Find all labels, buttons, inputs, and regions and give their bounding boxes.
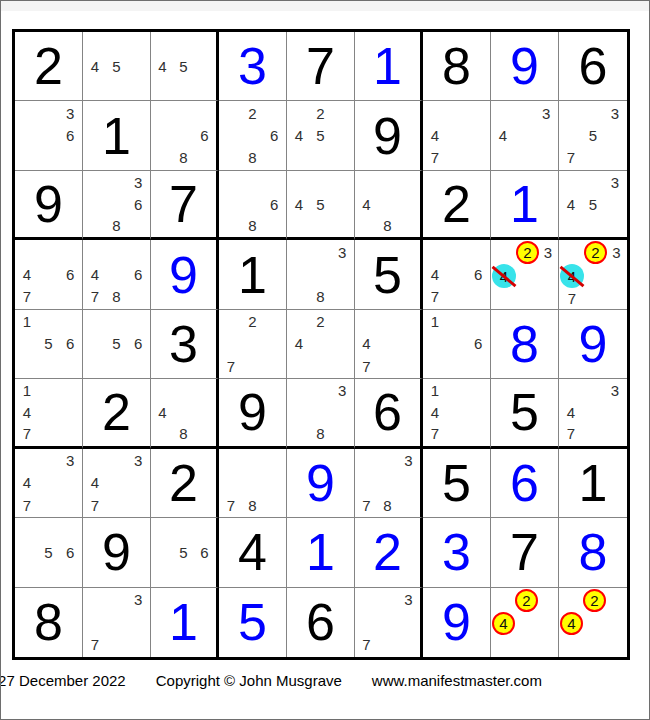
cell-value: 8 <box>442 40 471 92</box>
candidate-4-highlighted: 4 <box>492 612 515 635</box>
candidate-slot-6: 6 <box>127 333 149 355</box>
cell-r7c2: 347 <box>83 449 151 518</box>
candidate-slot-4: 4 <box>560 264 584 288</box>
candidate-slot-8: 8 <box>310 423 332 444</box>
cell-r3c1: 9 <box>15 171 83 240</box>
cell-r9c5: 6 <box>287 588 355 657</box>
cell-r8c6: 2 <box>355 518 423 587</box>
cell-r4c5: 38 <box>287 240 355 309</box>
candidate-1: 1 <box>23 314 31 329</box>
cell-value: 7 <box>306 40 335 92</box>
cell-r3c3: 7 <box>151 171 219 240</box>
candidate-6: 6 <box>270 197 278 212</box>
cell-r9c6: 37 <box>355 588 423 657</box>
cell-r8c4: 4 <box>219 518 287 587</box>
cell-r9c4: 5 <box>219 588 287 657</box>
candidate-3: 3 <box>611 175 619 190</box>
cell-r5c9: 9 <box>559 310 627 379</box>
candidate-slot-5: 5 <box>310 125 332 147</box>
cell-value: 1 <box>306 526 335 578</box>
candidate-4: 4 <box>431 267 439 282</box>
candidate-6: 6 <box>134 197 142 212</box>
candidate-slot-7: 7 <box>220 494 242 516</box>
candidates: 156 <box>16 311 81 377</box>
candidate-slot-7: 7 <box>16 494 38 516</box>
candidate-slot-5: 5 <box>173 541 194 563</box>
candidate-slot-3: 3 <box>539 241 557 264</box>
cell-value: 9 <box>373 110 402 162</box>
candidate-slot-4: 4 <box>560 193 582 214</box>
candidates: 347 <box>84 450 149 516</box>
candidates: 68 <box>152 102 215 168</box>
candidates: 268 <box>220 102 285 168</box>
window-top-strip <box>1 1 649 11</box>
candidate-slot-6: 6 <box>59 125 81 147</box>
candidates: 34 <box>492 102 557 168</box>
candidate-4: 4 <box>499 128 507 143</box>
cell-r2c7: 47 <box>423 101 491 170</box>
candidates: 24 <box>560 589 626 656</box>
candidates: 68 <box>220 172 285 236</box>
candidate-slot-8: 8 <box>106 286 128 308</box>
cell-r2c2: 1 <box>83 101 151 170</box>
candidates: 37 <box>84 589 149 656</box>
candidate-slot-5: 5 <box>310 193 332 214</box>
cell-value: 8 <box>579 526 608 578</box>
cell-r9c3: 1 <box>151 588 219 657</box>
candidate-slot-3: 3 <box>607 241 626 264</box>
candidates: 78 <box>220 450 285 516</box>
candidate-slot-7: 7 <box>424 423 446 444</box>
cell-value: 5 <box>442 457 471 509</box>
candidates: 56 <box>152 519 215 585</box>
candidate-4: 4 <box>23 475 31 490</box>
candidates: 48 <box>356 172 419 236</box>
cell-r2c3: 68 <box>151 101 219 170</box>
cell-r5c5: 24 <box>287 310 355 379</box>
candidate-5: 5 <box>316 197 324 212</box>
candidate-6: 6 <box>134 336 142 351</box>
candidate-slot-6: 6 <box>263 125 285 147</box>
candidate-5: 5 <box>589 197 597 212</box>
cell-r3c5: 45 <box>287 171 355 240</box>
cell-value: 1 <box>238 249 267 301</box>
page: 2454537189636168268245947343579368768454… <box>0 0 650 720</box>
candidate-slot-8: 8 <box>310 286 332 308</box>
candidate-slot-2: 2 <box>242 311 264 333</box>
cell-r2c9: 357 <box>559 101 627 170</box>
candidate-3: 3 <box>611 383 619 398</box>
cell-r7c8: 6 <box>491 449 559 518</box>
candidate-4: 4 <box>158 405 166 420</box>
candidate-slot-4: 4 <box>424 125 446 147</box>
candidate-5: 5 <box>589 128 597 143</box>
candidate-slot-6: 6 <box>194 541 215 563</box>
candidates: 48 <box>152 380 215 444</box>
candidate-7: 7 <box>362 359 370 374</box>
cell-r6c9: 347 <box>559 379 627 448</box>
candidate-6: 6 <box>66 267 74 282</box>
candidate-2: 2 <box>248 106 256 121</box>
candidate-4: 4 <box>431 128 439 143</box>
cell-value: 1 <box>102 110 131 162</box>
cell-r5c6: 47 <box>355 310 423 379</box>
candidate-slot-8: 8 <box>173 147 194 169</box>
candidate-slot-4: 4 <box>492 264 516 288</box>
candidates: 37 <box>356 589 419 656</box>
cell-r6c7: 147 <box>423 379 491 448</box>
candidate-4: 4 <box>295 128 303 143</box>
candidate-4: 4 <box>362 197 370 212</box>
cell-r3c9: 345 <box>559 171 627 240</box>
cell-value: 6 <box>510 457 539 509</box>
cell-r5c4: 27 <box>219 310 287 379</box>
candidate-8: 8 <box>248 218 256 233</box>
candidate-slot-7: 7 <box>356 634 377 656</box>
footer-date: 27 December 2022 <box>0 672 126 689</box>
candidate-5: 5 <box>112 336 120 351</box>
candidate-slot-6: 6 <box>59 541 81 563</box>
candidate-1: 1 <box>431 314 439 329</box>
cell-r4c8: 234 <box>491 240 559 309</box>
candidate-slot-2: 2 <box>310 102 332 124</box>
cell-value: 9 <box>102 526 131 578</box>
candidates: 45 <box>288 172 353 236</box>
cell-r7c4: 78 <box>219 449 287 518</box>
cell-value: 9 <box>306 457 335 509</box>
candidate-slot-5: 5 <box>582 125 604 147</box>
candidates: 378 <box>356 450 419 516</box>
cell-r1c3: 45 <box>151 32 219 101</box>
candidate-5: 5 <box>44 545 52 560</box>
cell-r2c8: 34 <box>491 101 559 170</box>
candidate-2: 2 <box>316 314 324 329</box>
candidate-slot-5: 5 <box>173 55 194 77</box>
candidate-slot-7: 7 <box>424 286 446 308</box>
candidate-slot-3: 3 <box>331 241 353 263</box>
cell-r6c5: 38 <box>287 379 355 448</box>
candidate-slot-7: 7 <box>84 494 106 516</box>
candidates: 147 <box>424 380 489 444</box>
candidate-slot-6: 6 <box>127 263 149 285</box>
footer: 27 December 2022 Copyright © John Musgra… <box>0 672 594 689</box>
candidate-slot-7: 7 <box>16 423 38 444</box>
candidate-slot-3: 3 <box>398 589 419 611</box>
cell-r8c5: 1 <box>287 518 355 587</box>
cell-r8c2: 9 <box>83 518 151 587</box>
cell-r4c1: 467 <box>15 240 83 309</box>
candidate-slot-7: 7 <box>84 634 106 656</box>
candidate-1: 1 <box>431 383 439 398</box>
cell-r4c9: 2347 <box>559 240 627 309</box>
cell-value: 7 <box>510 526 539 578</box>
cell-r3c6: 48 <box>355 171 423 240</box>
candidate-6: 6 <box>134 267 142 282</box>
candidate-7: 7 <box>227 498 235 513</box>
candidate-slot-3: 3 <box>127 450 149 472</box>
cell-value: 9 <box>442 596 471 648</box>
candidate-slot-7: 7 <box>560 288 584 307</box>
cell-value: 2 <box>442 178 471 230</box>
candidate-2: 2 <box>248 314 256 329</box>
cell-value: 9 <box>34 178 63 230</box>
cell-r9c7: 9 <box>423 588 491 657</box>
cell-r4c4: 1 <box>219 240 287 309</box>
candidate-4: 4 <box>431 405 439 420</box>
cell-r2c4: 268 <box>219 101 287 170</box>
footer-website: www.manifestmaster.com <box>372 672 542 689</box>
candidate-4-highlighted: 4 <box>560 612 583 635</box>
candidate-2-highlighted: 2 <box>516 241 539 264</box>
candidate-3: 3 <box>404 453 412 468</box>
candidate-7: 7 <box>431 426 439 441</box>
candidate-7: 7 <box>567 150 575 165</box>
candidate-slot-8: 8 <box>173 423 194 444</box>
candidates: 45 <box>152 33 215 99</box>
candidates: 357 <box>560 102 626 168</box>
cell-r6c2: 2 <box>83 379 151 448</box>
cell-r8c1: 56 <box>15 518 83 587</box>
candidate-slot-4: 4 <box>16 402 38 423</box>
candidate-slot-2: 2 <box>242 102 264 124</box>
cell-r3c8: 1 <box>491 171 559 240</box>
candidate-slot-3: 3 <box>59 102 81 124</box>
cell-r9c9: 24 <box>559 588 627 657</box>
candidate-slot-7: 7 <box>356 494 377 516</box>
cell-r8c8: 7 <box>491 518 559 587</box>
candidate-slot-4: 4 <box>152 55 173 77</box>
cell-r4c3: 9 <box>151 240 219 309</box>
candidate-slot-4: 4 <box>356 333 377 355</box>
candidate-slot-8: 8 <box>242 494 264 516</box>
candidate-slot-4: 4 <box>288 125 310 147</box>
candidate-8: 8 <box>112 218 120 233</box>
cell-value: 7 <box>169 178 198 230</box>
candidate-slot-5: 5 <box>106 333 128 355</box>
candidate-slot-1: 1 <box>16 311 38 333</box>
cell-r6c6: 6 <box>355 379 423 448</box>
candidates: 45 <box>84 33 149 99</box>
candidate-8: 8 <box>248 498 256 513</box>
candidate-6: 6 <box>200 128 208 143</box>
candidates: 368 <box>84 172 149 236</box>
cell-value: 6 <box>579 40 608 92</box>
candidate-6: 6 <box>474 267 482 282</box>
sudoku-board: 2454537189636168268245947343579368768454… <box>12 29 630 660</box>
candidates: 38 <box>288 380 353 444</box>
candidates: 245 <box>288 102 353 168</box>
cell-r7c3: 2 <box>151 449 219 518</box>
candidates: 24 <box>288 311 353 377</box>
candidate-slot-4: 4 <box>492 125 514 147</box>
candidate-slot-2: 2 <box>583 589 606 612</box>
candidate-slot-5: 5 <box>38 333 60 355</box>
candidate-3: 3 <box>66 453 74 468</box>
candidate-4: 4 <box>23 267 31 282</box>
candidates: 47 <box>424 102 489 168</box>
footer-copyright: Copyright © John Musgrave <box>156 672 342 689</box>
candidate-8: 8 <box>112 289 120 304</box>
candidate-4: 4 <box>362 336 370 351</box>
cell-r7c6: 378 <box>355 449 423 518</box>
candidate-slot-7: 7 <box>356 355 377 377</box>
candidate-slot-6: 6 <box>263 193 285 214</box>
cell-r6c1: 147 <box>15 379 83 448</box>
cell-r9c2: 37 <box>83 588 151 657</box>
cell-r5c7: 16 <box>423 310 491 379</box>
candidate-7: 7 <box>91 498 99 513</box>
candidate-7: 7 <box>227 359 235 374</box>
candidate-3: 3 <box>338 245 346 260</box>
cell-r1c1: 2 <box>15 32 83 101</box>
candidate-slot-8: 8 <box>106 215 128 236</box>
candidate-slot-2: 2 <box>310 311 332 333</box>
candidate-slot-8: 8 <box>242 215 264 236</box>
cell-r1c6: 1 <box>355 32 423 101</box>
cell-r6c8: 5 <box>491 379 559 448</box>
cell-value: 6 <box>373 386 402 438</box>
cell-value: 1 <box>579 457 608 509</box>
candidate-slot-8: 8 <box>377 215 398 236</box>
cell-value: 9 <box>169 249 198 301</box>
candidate-8: 8 <box>383 498 391 513</box>
cell-r4c6: 5 <box>355 240 423 309</box>
candidate-4: 4 <box>158 59 166 74</box>
candidate-slot-7: 7 <box>84 286 106 308</box>
candidate-slot-3: 3 <box>604 380 626 401</box>
cell-value: 4 <box>238 526 267 578</box>
candidate-7: 7 <box>23 426 31 441</box>
candidate-6: 6 <box>200 545 208 560</box>
candidate-6: 6 <box>474 336 482 351</box>
candidate-slot-4: 4 <box>16 263 38 285</box>
cell-r4c7: 467 <box>423 240 491 309</box>
candidates: 24 <box>492 589 557 656</box>
cell-value: 1 <box>373 40 402 92</box>
candidate-slot-2: 2 <box>584 241 607 264</box>
cell-value: 2 <box>373 526 402 578</box>
cell-r5c3: 3 <box>151 310 219 379</box>
cell-r3c4: 68 <box>219 171 287 240</box>
cell-value: 3 <box>238 40 267 92</box>
candidate-slot-4: 4 <box>492 612 515 635</box>
candidate-7: 7 <box>23 498 31 513</box>
candidate-8: 8 <box>383 218 391 233</box>
candidate-slot-4: 4 <box>16 472 38 494</box>
cell-r5c1: 156 <box>15 310 83 379</box>
cell-r3c7: 2 <box>423 171 491 240</box>
candidate-7: 7 <box>362 498 370 513</box>
candidate-slot-7: 7 <box>560 147 582 169</box>
candidate-8: 8 <box>316 426 324 441</box>
candidates: 16 <box>424 311 489 377</box>
candidate-3: 3 <box>404 592 412 607</box>
candidate-slot-3: 3 <box>331 380 353 401</box>
candidate-8: 8 <box>179 150 187 165</box>
candidate-slot-3: 3 <box>59 450 81 472</box>
candidate-slot-4: 4 <box>288 333 310 355</box>
candidate-3: 3 <box>544 245 552 260</box>
cell-r8c7: 3 <box>423 518 491 587</box>
candidate-7: 7 <box>362 637 370 652</box>
cell-value: 5 <box>373 249 402 301</box>
cell-r7c1: 347 <box>15 449 83 518</box>
cell-r6c4: 9 <box>219 379 287 448</box>
candidate-slot-7: 7 <box>220 355 242 377</box>
candidates: 2347 <box>560 241 626 307</box>
candidate-7: 7 <box>91 289 99 304</box>
candidates: 27 <box>220 311 285 377</box>
candidate-4-highlighted: 4 <box>492 264 516 288</box>
candidate-slot-4: 4 <box>424 402 446 423</box>
candidate-3: 3 <box>611 106 619 121</box>
cell-r7c9: 1 <box>559 449 627 518</box>
candidate-3: 3 <box>612 245 620 260</box>
candidate-slot-2: 2 <box>516 241 539 264</box>
candidate-5: 5 <box>112 59 120 74</box>
cell-value: 8 <box>34 596 63 648</box>
cell-r3c2: 368 <box>83 171 151 240</box>
cell-r2c6: 9 <box>355 101 423 170</box>
candidates: 347 <box>16 450 81 516</box>
candidate-slot-4: 4 <box>152 402 173 423</box>
candidate-slot-2: 2 <box>515 589 538 612</box>
cell-value: 2 <box>169 457 198 509</box>
candidate-6: 6 <box>66 545 74 560</box>
candidate-slot-7: 7 <box>16 286 38 308</box>
candidates: 56 <box>84 311 149 377</box>
cell-r7c7: 5 <box>423 449 491 518</box>
candidate-slot-5: 5 <box>582 193 604 214</box>
candidate-4: 4 <box>295 197 303 212</box>
candidate-slot-4: 4 <box>424 263 446 285</box>
candidate-4: 4 <box>23 405 31 420</box>
cell-r1c8: 9 <box>491 32 559 101</box>
candidate-6: 6 <box>270 128 278 143</box>
candidate-slot-3: 3 <box>535 102 557 124</box>
candidate-slot-1: 1 <box>16 380 38 401</box>
candidate-4: 4 <box>567 405 575 420</box>
candidate-slot-6: 6 <box>467 333 489 355</box>
candidate-slot-6: 6 <box>467 263 489 285</box>
candidates: 234 <box>492 241 557 307</box>
candidate-4: 4 <box>91 59 99 74</box>
candidate-7: 7 <box>568 291 576 306</box>
candidate-slot-5: 5 <box>106 55 128 77</box>
cell-r2c5: 245 <box>287 101 355 170</box>
candidate-slot-1: 1 <box>424 380 446 401</box>
candidate-3: 3 <box>134 453 142 468</box>
candidate-slot-7: 7 <box>560 423 582 444</box>
cell-value: 5 <box>510 386 539 438</box>
candidate-8: 8 <box>248 150 256 165</box>
candidate-5: 5 <box>179 545 187 560</box>
cell-value: 8 <box>510 318 539 370</box>
candidate-slot-3: 3 <box>127 172 149 193</box>
cell-r1c9: 6 <box>559 32 627 101</box>
candidate-4: 4 <box>295 336 303 351</box>
candidate-7: 7 <box>431 289 439 304</box>
cell-value: 9 <box>238 386 267 438</box>
candidate-slot-5: 5 <box>38 541 60 563</box>
candidates: 38 <box>288 241 353 307</box>
cell-r9c8: 24 <box>491 588 559 657</box>
cell-r4c2: 4678 <box>83 240 151 309</box>
candidates: 467 <box>16 241 81 307</box>
candidate-slot-3: 3 <box>604 102 626 124</box>
candidate-3: 3 <box>134 592 142 607</box>
candidate-7: 7 <box>91 637 99 652</box>
